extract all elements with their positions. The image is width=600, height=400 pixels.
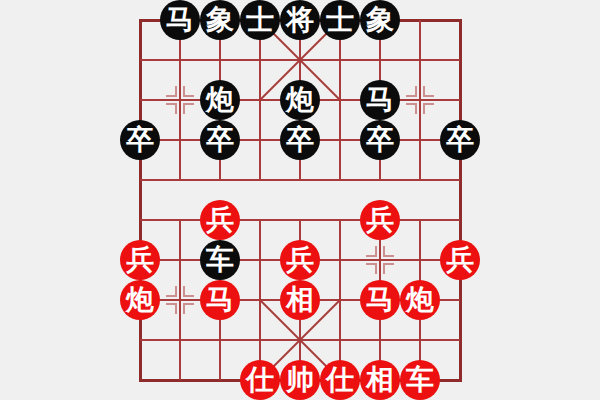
board-point[interactable]: 马 bbox=[160, 0, 200, 40]
piece-black-soldier[interactable]: 卒 bbox=[200, 120, 240, 160]
board-point[interactable] bbox=[320, 160, 360, 200]
board-point[interactable] bbox=[200, 320, 240, 360]
board-point[interactable] bbox=[440, 320, 480, 360]
board-point[interactable]: 卒 bbox=[280, 120, 320, 160]
piece-red-general[interactable]: 帅 bbox=[280, 360, 320, 400]
piece-red-advisor[interactable]: 仕 bbox=[240, 360, 280, 400]
board-point[interactable] bbox=[320, 80, 360, 120]
board-point[interactable] bbox=[320, 280, 360, 320]
board-point[interactable]: 卒 bbox=[360, 120, 400, 160]
board-point[interactable]: 仕 bbox=[320, 360, 360, 400]
board-point[interactable] bbox=[160, 160, 200, 200]
board-point[interactable] bbox=[240, 280, 280, 320]
board-point[interactable]: 车 bbox=[400, 360, 440, 400]
board-point[interactable]: 马 bbox=[360, 280, 400, 320]
board-point[interactable]: 相 bbox=[280, 280, 320, 320]
board-point[interactable]: 帅 bbox=[280, 360, 320, 400]
board-point[interactable]: 卒 bbox=[200, 120, 240, 160]
board-point[interactable]: 马 bbox=[360, 80, 400, 120]
piece-red-cannon[interactable]: 炮 bbox=[400, 280, 440, 320]
piece-red-soldier[interactable]: 兵 bbox=[200, 200, 240, 240]
piece-red-cannon[interactable]: 炮 bbox=[120, 280, 160, 320]
board-point[interactable] bbox=[280, 200, 320, 240]
board-point[interactable]: 兵 bbox=[280, 240, 320, 280]
board-point[interactable] bbox=[160, 80, 200, 120]
board-point[interactable]: 仕 bbox=[240, 360, 280, 400]
board-point[interactable] bbox=[160, 200, 200, 240]
board-point[interactable]: 士 bbox=[320, 0, 360, 40]
board-point[interactable] bbox=[120, 320, 160, 360]
board-point[interactable] bbox=[320, 320, 360, 360]
piece-red-soldier[interactable]: 兵 bbox=[120, 240, 160, 280]
piece-black-elephant[interactable]: 象 bbox=[360, 0, 400, 40]
xiangqi-board: 马象士将士象炮炮马卒卒卒卒卒兵兵兵车兵兵炮马相马炮仕帅仕相车 bbox=[120, 0, 480, 400]
board-point[interactable]: 兵 bbox=[440, 240, 480, 280]
piece-black-advisor[interactable]: 士 bbox=[320, 0, 360, 40]
piece-black-horse[interactable]: 马 bbox=[160, 0, 200, 40]
point-marker bbox=[406, 86, 434, 114]
board-point[interactable] bbox=[160, 240, 200, 280]
board-point[interactable]: 炮 bbox=[400, 280, 440, 320]
piece-black-soldier[interactable]: 卒 bbox=[360, 120, 400, 160]
piece-black-cannon[interactable]: 炮 bbox=[280, 80, 320, 120]
board-point[interactable]: 卒 bbox=[440, 120, 480, 160]
board-point[interactable]: 兵 bbox=[200, 200, 240, 240]
board-point[interactable] bbox=[440, 200, 480, 240]
board-point[interactable] bbox=[360, 40, 400, 80]
board-point[interactable]: 炮 bbox=[280, 80, 320, 120]
board-point[interactable]: 炮 bbox=[120, 280, 160, 320]
board-point[interactable] bbox=[120, 360, 160, 400]
board-point[interactable] bbox=[240, 200, 280, 240]
board-point[interactable] bbox=[320, 120, 360, 160]
board-point[interactable] bbox=[360, 240, 400, 280]
board-point[interactable] bbox=[120, 200, 160, 240]
piece-black-soldier[interactable]: 卒 bbox=[440, 120, 480, 160]
board-point[interactable] bbox=[280, 40, 320, 80]
board-point[interactable] bbox=[120, 0, 160, 40]
board-point[interactable]: 士 bbox=[240, 0, 280, 40]
board-point[interactable] bbox=[200, 160, 240, 200]
piece-red-horse[interactable]: 马 bbox=[200, 280, 240, 320]
piece-black-horse[interactable]: 马 bbox=[360, 80, 400, 120]
board-point[interactable] bbox=[240, 40, 280, 80]
point-marker bbox=[166, 86, 194, 114]
board-point[interactable] bbox=[400, 320, 440, 360]
board-point[interactable]: 象 bbox=[200, 0, 240, 40]
board-point[interactable] bbox=[200, 360, 240, 400]
board-point[interactable] bbox=[320, 240, 360, 280]
board-point[interactable]: 相 bbox=[360, 360, 400, 400]
board-point[interactable] bbox=[120, 80, 160, 120]
piece-black-cannon[interactable]: 炮 bbox=[200, 80, 240, 120]
piece-red-elephant[interactable]: 相 bbox=[360, 360, 400, 400]
board-point[interactable] bbox=[240, 80, 280, 120]
piece-black-soldier[interactable]: 卒 bbox=[280, 120, 320, 160]
board-point[interactable]: 兵 bbox=[120, 240, 160, 280]
board-point[interactable] bbox=[200, 40, 240, 80]
board-point[interactable] bbox=[400, 0, 440, 40]
board-point[interactable] bbox=[400, 80, 440, 120]
piece-red-advisor[interactable]: 仕 bbox=[320, 360, 360, 400]
piece-black-elephant[interactable]: 象 bbox=[200, 0, 240, 40]
board-point[interactable] bbox=[440, 80, 480, 120]
piece-black-chariot[interactable]: 车 bbox=[200, 240, 240, 280]
board-point[interactable] bbox=[400, 160, 440, 200]
board-point[interactable]: 卒 bbox=[120, 120, 160, 160]
board-point[interactable]: 将 bbox=[280, 0, 320, 40]
board-point[interactable] bbox=[440, 40, 480, 80]
board-point[interactable] bbox=[320, 200, 360, 240]
board-point[interactable] bbox=[440, 280, 480, 320]
piece-black-advisor[interactable]: 士 bbox=[240, 0, 280, 40]
piece-red-chariot[interactable]: 车 bbox=[400, 360, 440, 400]
board-point[interactable]: 车 bbox=[200, 240, 240, 280]
board-point[interactable] bbox=[360, 160, 400, 200]
board-point[interactable]: 炮 bbox=[200, 80, 240, 120]
piece-red-soldier[interactable]: 兵 bbox=[280, 240, 320, 280]
board-point[interactable] bbox=[240, 240, 280, 280]
board-point[interactable] bbox=[240, 320, 280, 360]
board-point[interactable] bbox=[440, 360, 480, 400]
board-point[interactable] bbox=[400, 40, 440, 80]
board-point[interactable] bbox=[320, 40, 360, 80]
board-point[interactable]: 象 bbox=[360, 0, 400, 40]
board-point[interactable] bbox=[120, 160, 160, 200]
xiangqi-diagram: 马象士将士象炮炮马卒卒卒卒卒兵兵兵车兵兵炮马相马炮仕帅仕相车 bbox=[0, 0, 600, 400]
piece-red-elephant[interactable]: 相 bbox=[280, 280, 320, 320]
piece-red-soldier[interactable]: 兵 bbox=[440, 240, 480, 280]
board-point[interactable] bbox=[400, 240, 440, 280]
board-point[interactable] bbox=[240, 120, 280, 160]
board-point[interactable] bbox=[400, 200, 440, 240]
board-point[interactable]: 马 bbox=[200, 280, 240, 320]
board-point[interactable] bbox=[280, 160, 320, 200]
point-marker bbox=[166, 286, 194, 314]
board-point[interactable] bbox=[440, 160, 480, 200]
piece-red-horse[interactable]: 马 bbox=[360, 280, 400, 320]
point-marker bbox=[366, 246, 394, 274]
board-point[interactable]: 兵 bbox=[360, 200, 400, 240]
board-point[interactable] bbox=[160, 360, 200, 400]
board-point[interactable] bbox=[440, 0, 480, 40]
board-point[interactable] bbox=[280, 320, 320, 360]
board-point[interactable] bbox=[360, 320, 400, 360]
piece-black-soldier[interactable]: 卒 bbox=[120, 120, 160, 160]
board-point[interactable] bbox=[120, 40, 160, 80]
board-point[interactable] bbox=[160, 40, 200, 80]
board-point[interactable] bbox=[160, 120, 200, 160]
piece-red-soldier[interactable]: 兵 bbox=[360, 200, 400, 240]
board-point[interactable] bbox=[400, 120, 440, 160]
board-point[interactable] bbox=[160, 280, 200, 320]
board-point[interactable] bbox=[160, 320, 200, 360]
piece-black-general[interactable]: 将 bbox=[280, 0, 320, 40]
board-point[interactable] bbox=[240, 160, 280, 200]
